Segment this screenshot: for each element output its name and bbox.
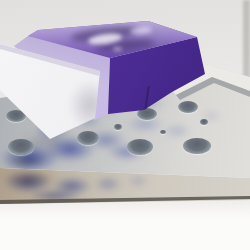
mold-hole (127, 139, 153, 155)
mold-hole (183, 138, 211, 154)
gloss-highlight (113, 47, 122, 51)
soap-stain (122, 172, 154, 190)
mold-hole (178, 101, 198, 113)
mold-hole (160, 130, 166, 134)
mold-hole (200, 119, 208, 125)
mold-hole (114, 124, 122, 130)
mold-hole (8, 139, 34, 155)
photo-soap-on-mold-tray (0, 0, 250, 250)
mold-hole (77, 131, 99, 145)
